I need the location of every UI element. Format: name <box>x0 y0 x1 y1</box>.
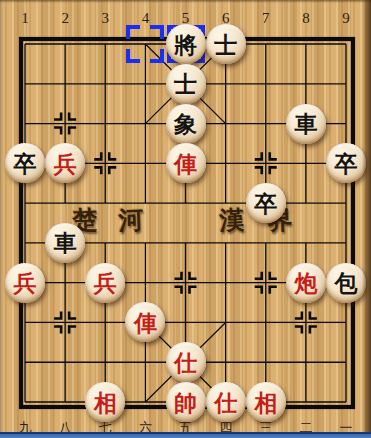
piece-red-cannon[interactable]: 炮 <box>286 263 326 303</box>
last-move-from-marker <box>126 25 164 63</box>
piece-red-soldier[interactable]: 兵 <box>85 263 125 303</box>
river-text-char-2: 河 <box>118 203 144 237</box>
marker-corner-tr <box>150 25 164 39</box>
piece-red-elephant[interactable]: 相 <box>85 382 125 422</box>
piece-black-soldier[interactable]: 卒 <box>246 183 286 223</box>
piece-red-soldier[interactable]: 兵 <box>5 263 45 303</box>
file-label-top-8: 8 <box>302 10 310 27</box>
piece-red-elephant[interactable]: 相 <box>246 382 286 422</box>
piece-black-advisor[interactable]: 士 <box>206 24 246 64</box>
file-label-top-4: 4 <box>142 10 150 27</box>
river-text-char-3: 漢 <box>219 203 245 237</box>
file-label-top-1: 1 <box>21 10 29 27</box>
piece-black-advisor[interactable]: 士 <box>166 64 206 104</box>
window-bottom-bar <box>0 432 371 438</box>
file-label-top-2: 2 <box>61 10 69 27</box>
xiangqi-board: 123456789九八七六五四三二一楚河漢界將士士象車卒兵俥卒卒車兵兵炮包俥仕相… <box>0 0 371 438</box>
piece-black-chariot[interactable]: 車 <box>45 223 85 263</box>
piece-black-general[interactable]: 將 <box>166 24 206 64</box>
piece-black-elephant[interactable]: 象 <box>166 104 206 144</box>
marker-corner-bl <box>126 49 140 63</box>
marker-corner-br <box>150 49 164 63</box>
file-label-top-3: 3 <box>102 10 110 27</box>
wood-edge-shadow-right <box>362 0 371 438</box>
piece-red-general[interactable]: 帥 <box>166 382 206 422</box>
wood-edge-shadow-top <box>0 0 371 3</box>
file-label-top-7: 7 <box>262 10 270 27</box>
marker-corner-tl <box>126 25 140 39</box>
wood-edge-shadow-left <box>0 0 3 438</box>
file-label-top-9: 9 <box>342 10 350 27</box>
piece-red-advisor[interactable]: 仕 <box>206 382 246 422</box>
piece-black-cannon[interactable]: 包 <box>326 263 366 303</box>
piece-black-chariot[interactable]: 車 <box>286 104 326 144</box>
piece-red-chariot[interactable]: 俥 <box>166 143 206 183</box>
piece-red-advisor[interactable]: 仕 <box>166 342 206 382</box>
